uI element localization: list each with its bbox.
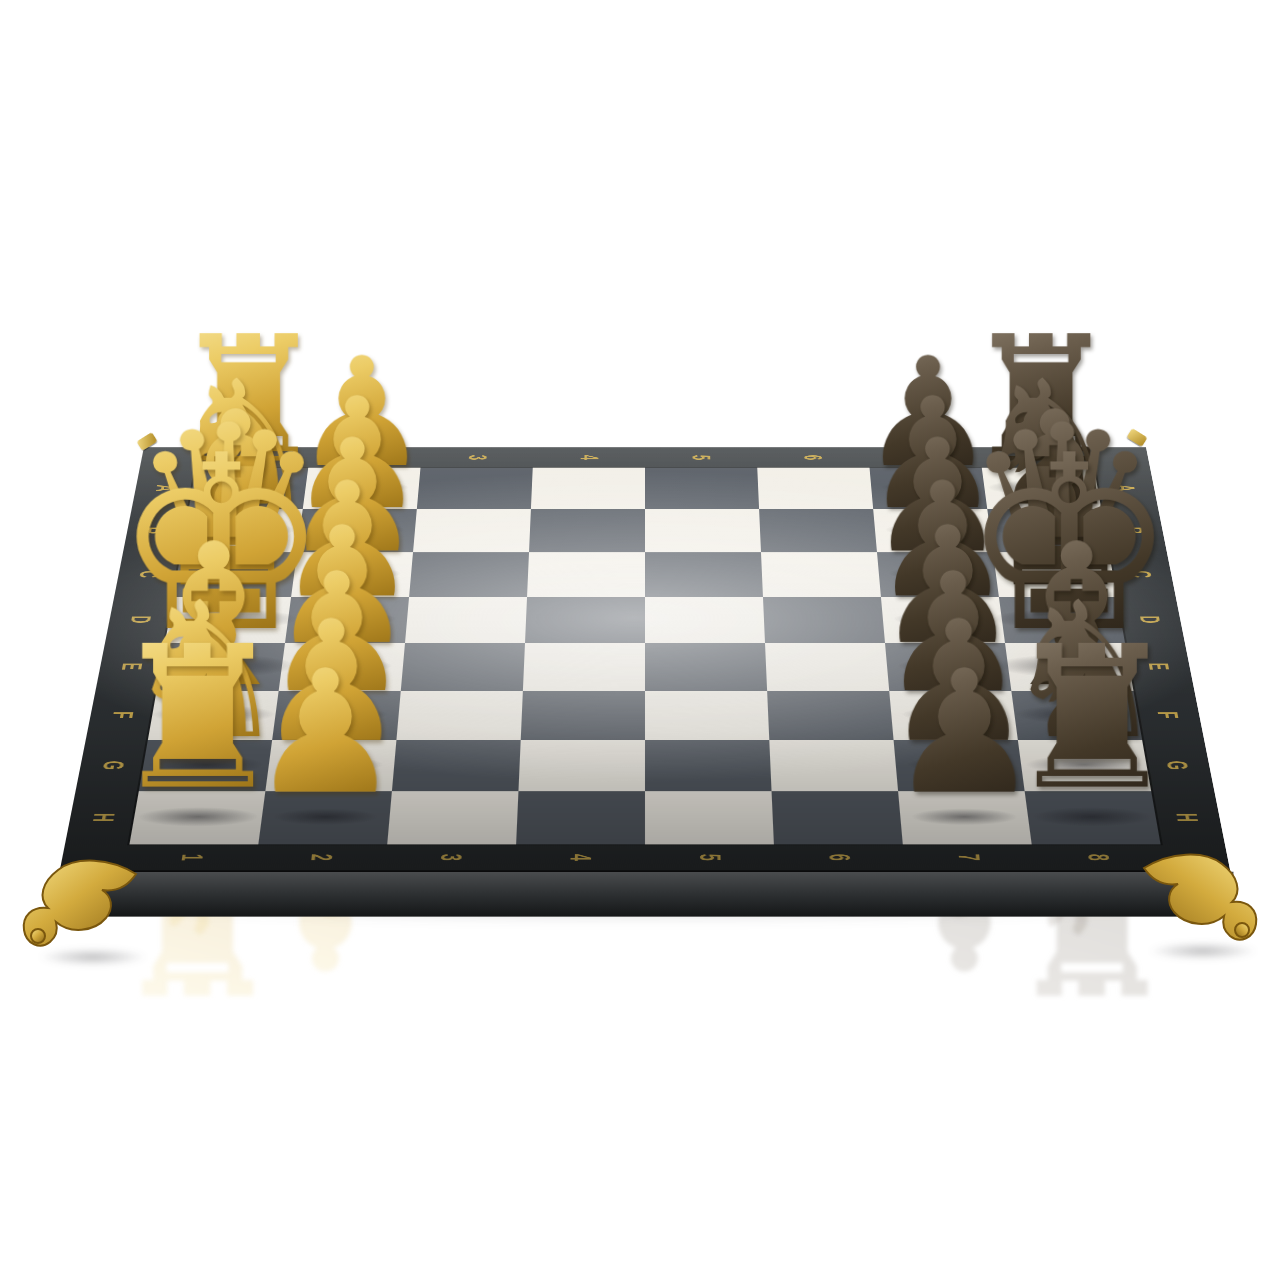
rank-label-far-3: 3 bbox=[462, 444, 492, 472]
square-e5[interactable] bbox=[645, 643, 767, 691]
board-perspective-wrapper: AABBCCDDEEFFGGHH1122334455667788 ♜♜♟♟♟♟♜… bbox=[105, 103, 1185, 1183]
square-c5[interactable] bbox=[645, 552, 763, 597]
piece-glyph: ♟ bbox=[805, 646, 1124, 820]
square-f5[interactable] bbox=[645, 691, 769, 740]
square-g4[interactable] bbox=[518, 740, 645, 791]
chess-set-photo: AABBCCDDEEFFGGHH1122334455667788 ♜♜♟♟♟♟♜… bbox=[0, 0, 1280, 1280]
square-a5[interactable] bbox=[645, 468, 759, 510]
square-h5[interactable] bbox=[645, 791, 774, 844]
square-h4[interactable] bbox=[516, 791, 645, 844]
square-d4[interactable] bbox=[525, 597, 645, 643]
front-right-brass-foot-icon bbox=[1132, 842, 1262, 952]
rank-label-far-4: 4 bbox=[575, 444, 604, 472]
square-d5[interactable] bbox=[645, 597, 765, 643]
square-e4[interactable] bbox=[523, 643, 645, 691]
square-a4[interactable] bbox=[531, 468, 645, 510]
rank-label-far-6: 6 bbox=[798, 444, 828, 472]
square-g5[interactable] bbox=[645, 740, 772, 791]
chess-board: AABBCCDDEEFFGGHH1122334455667788 ♜♜♟♟♟♟♜… bbox=[60, 447, 1231, 872]
front-left-brass-foot-icon bbox=[18, 848, 148, 958]
piece-glyph: ♟ bbox=[166, 646, 485, 820]
square-b5[interactable] bbox=[645, 509, 761, 552]
square-b4[interactable] bbox=[529, 509, 645, 552]
square-c4[interactable] bbox=[527, 552, 645, 597]
stone-slab-front-edge bbox=[56, 872, 1233, 917]
square-f4[interactable] bbox=[521, 691, 645, 740]
rank-label-far-5: 5 bbox=[687, 444, 716, 472]
